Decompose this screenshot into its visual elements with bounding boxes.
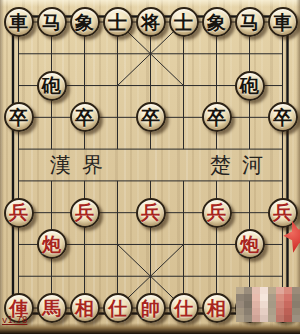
piece-red-advisor[interactable]: 仕 (103, 293, 133, 323)
piece-red-soldier[interactable]: 兵 (202, 198, 232, 228)
mosaic-cell (260, 294, 268, 301)
mosaic-cell (252, 301, 260, 308)
mosaic-cell (260, 287, 268, 294)
mosaic-cell (260, 301, 268, 308)
mosaic-cell (268, 308, 276, 315)
mosaic-cell (276, 308, 284, 315)
piece-red-advisor[interactable]: 仕 (169, 293, 199, 323)
mosaic-cell (252, 315, 260, 322)
mosaic-cell (276, 315, 284, 322)
piece-black-elephant[interactable]: 象 (202, 7, 232, 37)
mosaic-cell (276, 287, 284, 294)
piece-black-advisor[interactable]: 士 (169, 7, 199, 37)
mosaic-cell (284, 308, 292, 315)
mosaic-cell (260, 308, 268, 315)
mosaic-cell (268, 294, 276, 301)
piece-black-soldier[interactable]: 卒 (268, 102, 298, 132)
mosaic-cell (284, 287, 292, 294)
piece-black-chariot[interactable]: 車 (4, 7, 34, 37)
piece-black-horse[interactable]: 马 (235, 7, 265, 37)
mosaic-cell (236, 287, 244, 294)
mosaic-cell (236, 308, 244, 315)
censored-mosaic (236, 287, 300, 322)
xiangqi-board[interactable]: 漢界 楚河 車马象士将士象马車砲砲卒卒卒卒卒兵兵兵兵兵炮炮俥馬相仕帥仕相馬俥 v… (0, 0, 300, 334)
piece-black-cannon[interactable]: 砲 (37, 71, 67, 101)
piece-red-soldier[interactable]: 兵 (4, 198, 34, 228)
piece-black-cannon[interactable]: 砲 (235, 71, 265, 101)
mosaic-cell (292, 294, 300, 301)
piece-black-soldier[interactable]: 卒 (70, 102, 100, 132)
mosaic-cell (268, 301, 276, 308)
mosaic-cell (252, 287, 260, 294)
mosaic-cell (236, 315, 244, 322)
mosaic-cell (236, 301, 244, 308)
piece-red-elephant[interactable]: 相 (70, 293, 100, 323)
board-bevel-bottom (0, 323, 300, 334)
piece-red-soldier[interactable]: 兵 (70, 198, 100, 228)
mosaic-cell (292, 315, 300, 322)
mosaic-cell (236, 294, 244, 301)
version-label: v1.78 (2, 315, 27, 325)
mosaic-cell (284, 294, 292, 301)
mosaic-cell (244, 294, 252, 301)
piece-red-soldier[interactable]: 兵 (136, 198, 166, 228)
mosaic-cell (292, 301, 300, 308)
mosaic-cell (260, 315, 268, 322)
mosaic-cell (284, 315, 292, 322)
piece-red-horse[interactable]: 馬 (37, 293, 67, 323)
mosaic-cell (284, 301, 292, 308)
mosaic-cell (244, 301, 252, 308)
mosaic-cell (276, 294, 284, 301)
mosaic-cell (244, 287, 252, 294)
mosaic-cell (292, 308, 300, 315)
piece-black-chariot[interactable]: 車 (268, 7, 298, 37)
piece-red-general[interactable]: 帥 (136, 293, 166, 323)
mosaic-cell (276, 301, 284, 308)
river-label-right: 楚河 (210, 149, 274, 181)
piece-black-advisor[interactable]: 士 (103, 7, 133, 37)
mosaic-cell (244, 308, 252, 315)
piece-red-cannon[interactable]: 炮 (37, 229, 67, 259)
piece-black-soldier[interactable]: 卒 (136, 102, 166, 132)
piece-black-horse[interactable]: 马 (37, 7, 67, 37)
mosaic-cell (252, 308, 260, 315)
river-label-left: 漢界 (50, 149, 114, 181)
piece-black-general[interactable]: 将 (136, 7, 166, 37)
piece-black-soldier[interactable]: 卒 (202, 102, 232, 132)
mosaic-cell (292, 287, 300, 294)
piece-black-soldier[interactable]: 卒 (4, 102, 34, 132)
piece-red-cannon[interactable]: 炮 (235, 229, 265, 259)
mosaic-cell (252, 294, 260, 301)
piece-black-elephant[interactable]: 象 (70, 7, 100, 37)
mosaic-cell (244, 315, 252, 322)
mosaic-cell (268, 315, 276, 322)
mosaic-cell (268, 287, 276, 294)
piece-red-elephant[interactable]: 相 (202, 293, 232, 323)
